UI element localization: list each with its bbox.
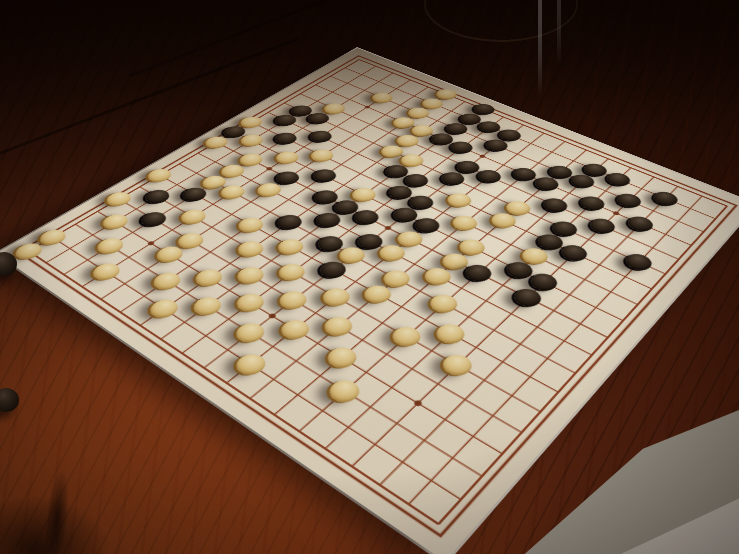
glass-reflection <box>557 0 561 64</box>
photo-scene <box>0 0 739 554</box>
hoshi-point <box>612 211 620 216</box>
grid-line <box>160 175 559 392</box>
glass-reflection <box>538 0 542 96</box>
